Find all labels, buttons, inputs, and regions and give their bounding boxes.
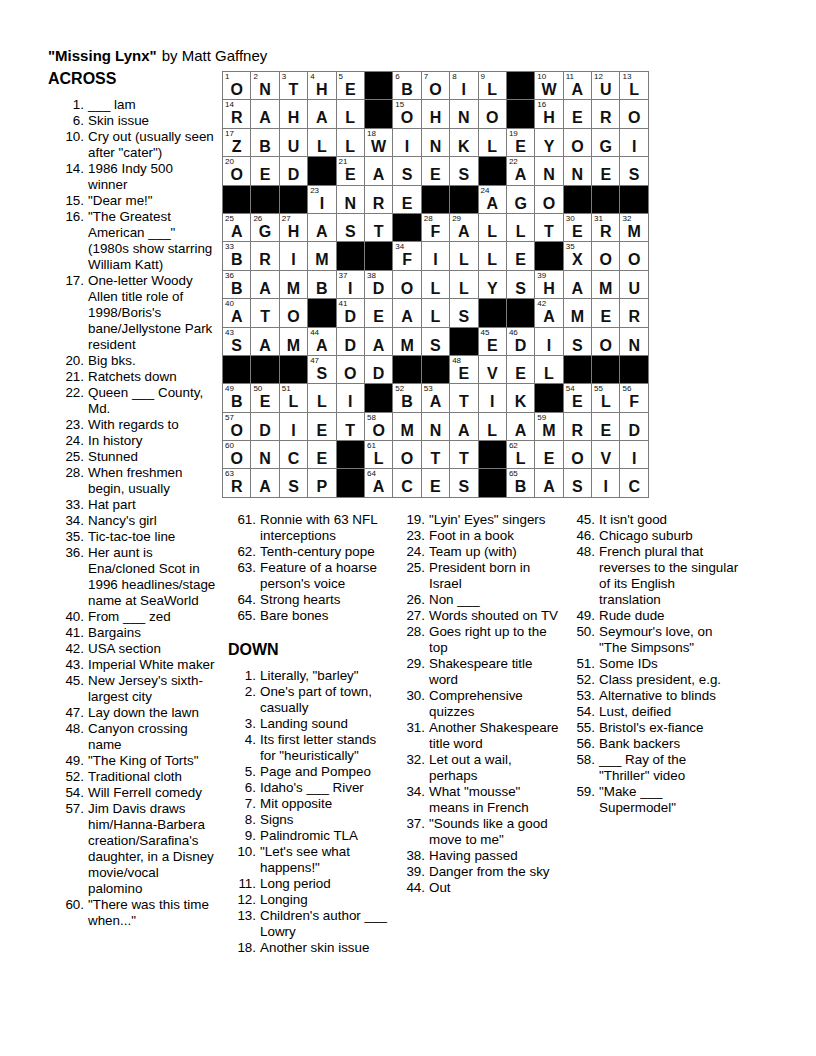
grid-cell-r1c2[interactable]: 2N [251, 72, 279, 100]
grid-cell-r4c12[interactable]: N [535, 157, 563, 185]
grid-cell-r3c9[interactable]: K [450, 129, 478, 157]
cell-letter: R [223, 477, 250, 496]
grid-cell-r1c15[interactable]: 13L [620, 72, 648, 100]
grid-cell-r10c14[interactable]: O [592, 328, 620, 356]
grid-cell-r8c4[interactable]: B [308, 271, 336, 299]
grid-cell-r14c6[interactable]: 61L [365, 441, 393, 469]
grid-cell-r11c9[interactable]: 48E [450, 356, 478, 384]
grid-cell-r4c1[interactable]: 20O [223, 157, 251, 185]
clue-number: 25. [398, 560, 429, 576]
grid-cell-r1c10[interactable]: 9L [479, 72, 507, 100]
grid-cell-r12c7[interactable]: 52B [393, 384, 421, 412]
grid-cell-r14c11[interactable]: 62L [507, 441, 535, 469]
grid-cell-r5c5[interactable]: N [337, 186, 365, 214]
clue-number: 34. [48, 513, 88, 529]
grid-cell-r10c1[interactable]: 43S [223, 328, 251, 356]
grid-cell-r4c2[interactable]: E [251, 157, 279, 185]
grid-cell-r10c15[interactable]: N [620, 328, 648, 356]
black-square [393, 356, 421, 384]
grid-cell-r15c7[interactable]: C [393, 469, 421, 497]
grid-cell-r4c14[interactable]: E [592, 157, 620, 185]
grid-cell-r15c1[interactable]: 63R [223, 469, 251, 497]
grid-cell-r7c7[interactable]: 34F [393, 242, 421, 270]
grid-cell-r7c9[interactable]: L [450, 242, 478, 270]
clue-text: "Lyin' Eyes" singers [429, 512, 560, 528]
grid-cell-r9c1[interactable]: 40A [223, 299, 251, 327]
grid-cell-r10c2[interactable]: A [251, 328, 279, 356]
grid-cell-r9c12[interactable]: 42A [535, 299, 563, 327]
across-clue-42: 42.USA section [48, 641, 216, 657]
clue-number: 1. [48, 97, 88, 113]
grid-cell-r4c13[interactable]: N [564, 157, 592, 185]
cell-letter: L [450, 279, 477, 298]
grid-cell-r14c9[interactable]: T [450, 441, 478, 469]
grid-cell-r12c11[interactable]: K [507, 384, 535, 412]
clue-number: 55. [566, 720, 599, 736]
cell-letter: A [450, 222, 477, 241]
grid-cell-r2c13[interactable]: E [564, 100, 592, 128]
cell-letter: N [620, 336, 647, 355]
grid-cell-r6c13[interactable]: 30E [564, 214, 592, 242]
grid-cell-r13c1[interactable]: 57O [223, 413, 251, 441]
grid-cell-r8c8[interactable]: L [422, 271, 450, 299]
grid-cell-r8c12[interactable]: 39H [535, 271, 563, 299]
grid-cell-r9c2[interactable]: T [251, 299, 279, 327]
grid-cell-r7c10[interactable]: L [479, 242, 507, 270]
grid-cell-r13c14[interactable]: E [592, 413, 620, 441]
grid-cell-r4c9[interactable]: S [450, 157, 478, 185]
grid-cell-r7c11[interactable]: E [507, 242, 535, 270]
clue-number: 47. [48, 705, 88, 721]
black-square [620, 356, 648, 384]
clue-number: 22. [48, 385, 88, 401]
grid-cell-r7c3[interactable]: I [280, 242, 308, 270]
grid-cell-r14c13[interactable]: O [564, 441, 592, 469]
clue-text: Some IDs [599, 656, 740, 672]
cell-letter: L [280, 392, 307, 411]
grid-cell-r10c11[interactable]: 46D [507, 328, 535, 356]
grid-cell-r1c8[interactable]: 7O [422, 72, 450, 100]
grid-cell-r6c6[interactable]: T [365, 214, 393, 242]
grid-cell-r14c7[interactable]: O [393, 441, 421, 469]
cell-letter: T [422, 449, 449, 468]
clue-number: 23. [48, 417, 88, 433]
cell-letter: O [223, 165, 250, 184]
clue-text: Feature of a hoarse person's voice [260, 560, 392, 592]
clue-number: 10. [48, 129, 88, 145]
clue-number: 11. [228, 876, 260, 892]
black-square [337, 242, 365, 270]
grid-cell-r3c14[interactable]: G [592, 129, 620, 157]
across-clue-65: 65.Bare bones [228, 608, 392, 624]
grid-cell-r2c5[interactable]: L [337, 100, 365, 128]
clue-number: 52. [48, 769, 88, 785]
grid-cell-r6c14[interactable]: 31R [592, 214, 620, 242]
clue-text: Long period [260, 876, 392, 892]
cell-letter: F [393, 250, 420, 269]
cell-letter: W [535, 80, 562, 99]
clue-number: 33. [48, 497, 88, 513]
grid-cell-r14c4[interactable]: E [308, 441, 336, 469]
cell-letter: E [507, 364, 534, 383]
grid-cell-r9c5[interactable]: 41D [337, 299, 365, 327]
cell-letter: D [365, 279, 392, 298]
clue-number: 53. [566, 688, 599, 704]
grid-cell-r5c4[interactable]: 23I [308, 186, 336, 214]
grid-cell-r1c12[interactable]: 10W [535, 72, 563, 100]
cell-letter: I [450, 80, 477, 99]
clue-text: Its first letter stands for "heuristical… [260, 732, 392, 764]
clue-text: Out [429, 880, 560, 896]
grid-cell-r11c6[interactable]: D [365, 356, 393, 384]
grid-cell-r2c1[interactable]: 14R [223, 100, 251, 128]
black-square [251, 356, 279, 384]
grid-cell-r13c8[interactable]: N [422, 413, 450, 441]
clue-number: 42. [48, 641, 88, 657]
grid-cell-r3c13[interactable]: O [564, 129, 592, 157]
grid-cell-r9c7[interactable]: A [393, 299, 421, 327]
clue-number: 48. [48, 721, 88, 737]
grid-cell-r15c13[interactable]: S [564, 469, 592, 497]
cell-letter: A [365, 165, 392, 184]
grid-cell-r8c3[interactable]: M [280, 271, 308, 299]
grid-cell-r1c5[interactable]: 5E [337, 72, 365, 100]
grid-cell-r15c4[interactable]: P [308, 469, 336, 497]
cell-letter: I [280, 250, 307, 269]
clue-number: 58. [566, 752, 599, 768]
across-clue-45: 45.New Jersey's sixth-largest city [48, 673, 216, 705]
grid-cell-r8c2[interactable]: A [251, 271, 279, 299]
clue-text: Team up (with) [429, 544, 560, 560]
grid-cell-r14c14[interactable]: V [592, 441, 620, 469]
black-square [479, 157, 507, 185]
grid-cell-r3c5[interactable]: L [337, 129, 365, 157]
grid-cell-r13c6[interactable]: 58O [365, 413, 393, 441]
grid-cell-r2c12[interactable]: 16H [535, 100, 563, 128]
grid-cell-r6c9[interactable]: 29A [450, 214, 478, 242]
clue-text: When freshmen begin, usually [88, 465, 216, 497]
clue-text: "Dear me!" [88, 193, 216, 209]
grid-cell-r1c13[interactable]: 11A [564, 72, 592, 100]
grid-cell-r12c13[interactable]: 54E [564, 384, 592, 412]
grid-cell-r2c7[interactable]: 15O [393, 100, 421, 128]
down-clue-list: 1.Literally, "barley"2.One's part of tow… [228, 668, 392, 956]
grid-cell-r2c9[interactable]: N [450, 100, 478, 128]
black-square [223, 356, 251, 384]
grid-cell-r1c7[interactable]: 6B [393, 72, 421, 100]
down-clue-50: 50.Seymour's love, on "The Simpsons" [566, 624, 740, 656]
grid-cell-r9c8[interactable]: L [422, 299, 450, 327]
grid-cell-r5c7[interactable]: E [393, 186, 421, 214]
black-square [280, 356, 308, 384]
grid-cell-r13c13[interactable]: R [564, 413, 592, 441]
clue-text: Canyon crossing name [88, 721, 216, 753]
grid-cell-r12c1[interactable]: 49B [223, 384, 251, 412]
grid-cell-r1c3[interactable]: 3T [280, 72, 308, 100]
clue-text: Skin issue [88, 113, 216, 129]
grid-cell-r15c6[interactable]: 64A [365, 469, 393, 497]
grid-cell-r4c3[interactable]: D [280, 157, 308, 185]
cell-letter: G [507, 194, 534, 213]
grid-cell-r13c15[interactable]: D [620, 413, 648, 441]
cell-letter: L [479, 80, 506, 99]
cell-letter: E [422, 477, 449, 496]
grid-cell-r5c11[interactable]: G [507, 186, 535, 214]
down-clue-37: 37."Sounds like a good move to me" [398, 816, 560, 848]
grid-cell-r9c6[interactable]: E [365, 299, 393, 327]
grid-cell-r10c13[interactable]: S [564, 328, 592, 356]
grid-cell-r11c10[interactable]: V [479, 356, 507, 384]
cell-letter: D [507, 336, 534, 355]
grid-cell-r3c12[interactable]: Y [535, 129, 563, 157]
grid-cell-r10c5[interactable]: D [337, 328, 365, 356]
grid-cell-r15c2[interactable]: A [251, 469, 279, 497]
grid-cell-r3c8[interactable]: N [422, 129, 450, 157]
clue-number: 24. [398, 544, 429, 560]
grid-cell-r8c9[interactable]: L [450, 271, 478, 299]
grid-cell-r15c14[interactable]: I [592, 469, 620, 497]
grid-cell-r9c9[interactable]: S [450, 299, 478, 327]
clue-number: 46. [566, 528, 599, 544]
grid-cell-r15c11[interactable]: 65B [507, 469, 535, 497]
grid-cell-r4c11[interactable]: 22A [507, 157, 535, 185]
cell-letter: C [280, 449, 307, 468]
clue-number: 51. [566, 656, 599, 672]
black-square [223, 186, 251, 214]
grid-cell-r8c13[interactable]: A [564, 271, 592, 299]
cell-letter: L [422, 279, 449, 298]
grid-cell-r7c14[interactable]: O [592, 242, 620, 270]
across-clue-15: 15."Dear me!" [48, 193, 216, 209]
cell-letter: E [422, 165, 449, 184]
grid-cell-r9c14[interactable]: E [592, 299, 620, 327]
clue-text: Bargains [88, 625, 216, 641]
grid-cell-r2c4[interactable]: A [308, 100, 336, 128]
clue-text: Imperial White maker [88, 657, 216, 673]
grid-cell-r5c10[interactable]: 24A [479, 186, 507, 214]
grid-cell-r7c2[interactable]: R [251, 242, 279, 270]
cell-letter: H [422, 108, 449, 127]
grid-cell-r4c5[interactable]: 21E [337, 157, 365, 185]
cell-letter: T [450, 392, 477, 411]
grid-cell-r3c1[interactable]: 17Z [223, 129, 251, 157]
grid-cell-r13c7[interactable]: M [393, 413, 421, 441]
grid-cell-r9c13[interactable]: M [564, 299, 592, 327]
grid-cell-r2c3[interactable]: H [280, 100, 308, 128]
grid-cell-r1c4[interactable]: 4H [308, 72, 336, 100]
grid-cell-r10c4[interactable]: 44A [308, 328, 336, 356]
cell-letter: N [535, 165, 562, 184]
grid-cell-r4c7[interactable]: S [393, 157, 421, 185]
grid-cell-r6c11[interactable]: L [507, 214, 535, 242]
grid-cell-r4c8[interactable]: E [422, 157, 450, 185]
cell-letter: T [251, 307, 278, 326]
clue-number: 25. [48, 449, 88, 465]
grid-cell-r15c12[interactable]: A [535, 469, 563, 497]
grid-cell-r10c7[interactable]: M [393, 328, 421, 356]
grid-cell-r3c15[interactable]: I [620, 129, 648, 157]
grid-cell-r11c11[interactable]: E [507, 356, 535, 384]
down-clue-59: 59."Make ___ Supermodel" [566, 784, 740, 816]
grid-cell-r14c8[interactable]: T [422, 441, 450, 469]
clue-text: Having passed [429, 848, 560, 864]
grid-cell-r15c8[interactable]: E [422, 469, 450, 497]
grid-cell-r10c12[interactable]: I [535, 328, 563, 356]
grid-cell-r8c7[interactable]: O [393, 271, 421, 299]
clue-text: Page and Pompeo [260, 764, 392, 780]
grid-cell-r13c5[interactable]: T [337, 413, 365, 441]
grid-cell-r3c11[interactable]: 19E [507, 129, 535, 157]
grid-cell-r3c3[interactable]: U [280, 129, 308, 157]
grid-cell-r3c10[interactable]: L [479, 129, 507, 157]
grid-cell-r7c8[interactable]: I [422, 242, 450, 270]
clue-number: 32. [398, 752, 429, 768]
clue-text: Strong hearts [260, 592, 392, 608]
grid-cell-r6c2[interactable]: 26G [251, 214, 279, 242]
grid-cell-r2c8[interactable]: H [422, 100, 450, 128]
grid-cell-r5c12[interactable]: O [535, 186, 563, 214]
grid-cell-r15c15[interactable]: C [620, 469, 648, 497]
cell-letter: U [592, 80, 619, 99]
cell-letter: N [337, 194, 364, 213]
grid-cell-r14c1[interactable]: 60O [223, 441, 251, 469]
grid-cell-r12c2[interactable]: 50E [251, 384, 279, 412]
grid-cell-r6c12[interactable]: T [535, 214, 563, 242]
black-square [564, 356, 592, 384]
grid-cell-r6c8[interactable]: 28F [422, 214, 450, 242]
clue-text: Chicago suburb [599, 528, 740, 544]
clue-column-2: 61.Ronnie with 63 NFL interceptions62.Te… [228, 512, 392, 956]
grid-cell-r10c8[interactable]: S [422, 328, 450, 356]
cell-letter: S [223, 336, 250, 355]
grid-cell-r4c6[interactable]: A [365, 157, 393, 185]
cell-letter: A [450, 421, 477, 440]
grid-cell-r12c5[interactable]: I [337, 384, 365, 412]
grid-cell-r3c6[interactable]: 18W [365, 129, 393, 157]
grid-cell-r8c5[interactable]: 37I [337, 271, 365, 299]
grid-cell-r7c15[interactable]: O [620, 242, 648, 270]
clue-text: From ___ zed [88, 609, 216, 625]
down-clue-46: 46.Chicago suburb [566, 528, 740, 544]
black-square [479, 469, 507, 497]
clue-text: Danger from the sky [429, 864, 560, 880]
grid-cell-r13c3[interactable]: I [280, 413, 308, 441]
grid-cell-r14c15[interactable]: I [620, 441, 648, 469]
grid-cell-r14c2[interactable]: N [251, 441, 279, 469]
grid-cell-r13c10[interactable]: L [479, 413, 507, 441]
clue-text: Stunned [88, 449, 216, 465]
grid-cell-r13c4[interactable]: E [308, 413, 336, 441]
across-clue-17: 17.One-letter Woody Allen title role of … [48, 273, 216, 353]
grid-cell-r8c14[interactable]: M [592, 271, 620, 299]
cell-letter: K [507, 392, 534, 411]
grid-cell-r8c11[interactable]: S [507, 271, 535, 299]
grid-cell-r12c9[interactable]: T [450, 384, 478, 412]
cell-letter: S [280, 477, 307, 496]
grid-cell-r5c6[interactable]: R [365, 186, 393, 214]
cell-letter: B [223, 392, 250, 411]
grid-cell-r6c4[interactable]: A [308, 214, 336, 242]
across-clue-60: 60."There was this time when..." [48, 897, 216, 929]
cell-letter: S [450, 307, 477, 326]
grid-cell-r13c12[interactable]: 59M [535, 413, 563, 441]
grid-cell-r6c1[interactable]: 25A [223, 214, 251, 242]
grid-cell-r3c2[interactable]: B [251, 129, 279, 157]
grid-cell-r8c15[interactable]: U [620, 271, 648, 299]
grid-cell-r8c6[interactable]: 38D [365, 271, 393, 299]
grid-cell-r4c15[interactable]: S [620, 157, 648, 185]
clue-text: Tenth-century pope [260, 544, 392, 560]
grid-cell-r10c6[interactable]: A [365, 328, 393, 356]
grid-cell-r8c10[interactable]: Y [479, 271, 507, 299]
grid-cell-r6c3[interactable]: 27H [280, 214, 308, 242]
clue-text: Idaho's ___ River [260, 780, 392, 796]
grid-cell-r13c9[interactable]: A [450, 413, 478, 441]
grid-cell-r9c3[interactable]: O [280, 299, 308, 327]
grid-cell-r12c14[interactable]: 55L [592, 384, 620, 412]
grid-cell-r7c13[interactable]: 35X [564, 242, 592, 270]
grid-cell-r7c1[interactable]: 33B [223, 242, 251, 270]
grid-cell-r2c10[interactable]: O [479, 100, 507, 128]
grid-cell-r1c9[interactable]: 8I [450, 72, 478, 100]
cell-letter: E [592, 421, 619, 440]
cell-letter: A [535, 307, 562, 326]
grid-cell-r8c1[interactable]: 36B [223, 271, 251, 299]
grid-cell-r2c14[interactable]: R [592, 100, 620, 128]
cell-letter: Z [223, 137, 250, 156]
grid-cell-r1c1[interactable]: 1O [223, 72, 251, 100]
grid-cell-r11c4[interactable]: 47S [308, 356, 336, 384]
cell-letter: O [337, 364, 364, 383]
grid-cell-r1c14[interactable]: 12U [592, 72, 620, 100]
grid-cell-r11c5[interactable]: O [337, 356, 365, 384]
grid-cell-r12c4[interactable]: L [308, 384, 336, 412]
across-clue-64: 64.Strong hearts [228, 592, 392, 608]
cell-letter: O [564, 449, 591, 468]
cell-letter: P [308, 477, 335, 496]
cell-letter: L [507, 449, 534, 468]
grid-cell-r10c3[interactable]: M [280, 328, 308, 356]
grid-cell-r10c10[interactable]: 45E [479, 328, 507, 356]
grid-cell-r12c8[interactable]: 53A [422, 384, 450, 412]
cell-letter: S [507, 279, 534, 298]
grid-cell-r15c9[interactable]: S [450, 469, 478, 497]
grid-cell-r15c3[interactable]: S [280, 469, 308, 497]
clue-text: Bare bones [260, 608, 392, 624]
grid-cell-r14c3[interactable]: C [280, 441, 308, 469]
grid-cell-r9c15[interactable]: R [620, 299, 648, 327]
grid-cell-r14c12[interactable]: E [535, 441, 563, 469]
grid-cell-r11c12[interactable]: L [535, 356, 563, 384]
clue-text: ___ Ray of the "Thriller" video [599, 752, 740, 784]
grid-cell-r3c4[interactable]: L [308, 129, 336, 157]
cell-letter: V [592, 449, 619, 468]
grid-cell-r2c15[interactable]: O [620, 100, 648, 128]
grid-cell-r12c10[interactable]: I [479, 384, 507, 412]
grid-cell-r3c7[interactable]: I [393, 129, 421, 157]
grid-cell-r6c15[interactable]: 32M [620, 214, 648, 242]
grid-cell-r7c4[interactable]: M [308, 242, 336, 270]
grid-cell-r12c3[interactable]: 51L [280, 384, 308, 412]
grid-cell-r2c2[interactable]: A [251, 100, 279, 128]
cell-letter: M [308, 250, 335, 269]
grid-cell-r6c5[interactable]: S [337, 214, 365, 242]
grid-cell-r6c10[interactable]: L [479, 214, 507, 242]
grid-cell-r13c11[interactable]: A [507, 413, 535, 441]
grid-cell-r12c15[interactable]: 56F [620, 384, 648, 412]
clue-number: 52. [566, 672, 599, 688]
grid-cell-r13c2[interactable]: D [251, 413, 279, 441]
